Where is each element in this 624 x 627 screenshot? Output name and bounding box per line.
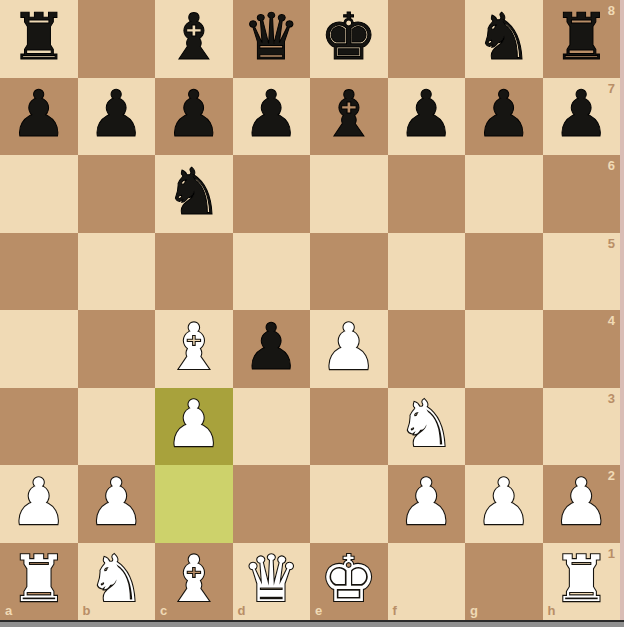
square-c7[interactable]: ♟	[155, 78, 233, 156]
square-a5[interactable]	[0, 233, 78, 311]
square-h1[interactable]: 1h♜	[543, 543, 621, 621]
square-e3[interactable]	[310, 388, 388, 466]
window-edge-bottom	[0, 620, 624, 627]
piece-white-queen[interactable]: ♛	[243, 547, 300, 611]
square-g3[interactable]	[465, 388, 543, 466]
window-edge-right	[620, 0, 624, 620]
piece-white-pawn[interactable]: ♟	[553, 470, 610, 534]
square-f8[interactable]	[388, 0, 466, 78]
coord-file-g: g	[470, 604, 478, 617]
square-b2[interactable]: ♟	[78, 465, 156, 543]
square-b5[interactable]	[78, 233, 156, 311]
square-e4[interactable]: ♟	[310, 310, 388, 388]
square-f5[interactable]	[388, 233, 466, 311]
square-f4[interactable]	[388, 310, 466, 388]
piece-black-pawn[interactable]: ♟	[243, 82, 300, 146]
square-d4[interactable]: ♟	[233, 310, 311, 388]
square-c3[interactable]: ♟	[155, 388, 233, 466]
square-h3[interactable]: 3	[543, 388, 621, 466]
square-b1[interactable]: b♞	[78, 543, 156, 621]
square-h4[interactable]: 4	[543, 310, 621, 388]
square-c6[interactable]: ♞	[155, 155, 233, 233]
square-a8[interactable]: ♜	[0, 0, 78, 78]
piece-white-pawn[interactable]: ♟	[398, 470, 455, 534]
piece-black-bishop[interactable]: ♝	[320, 82, 377, 146]
square-h7[interactable]: 7♟	[543, 78, 621, 156]
piece-white-pawn[interactable]: ♟	[165, 392, 222, 456]
square-a4[interactable]	[0, 310, 78, 388]
piece-black-pawn[interactable]: ♟	[475, 82, 532, 146]
square-g6[interactable]	[465, 155, 543, 233]
square-d2[interactable]	[233, 465, 311, 543]
piece-black-knight[interactable]: ♞	[475, 5, 532, 69]
square-a3[interactable]	[0, 388, 78, 466]
square-b8[interactable]	[78, 0, 156, 78]
square-g7[interactable]: ♟	[465, 78, 543, 156]
square-e6[interactable]	[310, 155, 388, 233]
square-f7[interactable]: ♟	[388, 78, 466, 156]
piece-black-bishop[interactable]: ♝	[165, 5, 222, 69]
square-c1[interactable]: c♝	[155, 543, 233, 621]
square-f3[interactable]: ♞	[388, 388, 466, 466]
chess-app-window: ♜♝♛♚♞8♜♟♟♟♟♝♟♟7♟♞65♝♟♟4♟♞3♟♟♟♟2♟a♜b♞c♝d♛…	[0, 0, 624, 627]
square-a1[interactable]: a♜	[0, 543, 78, 621]
square-g2[interactable]: ♟	[465, 465, 543, 543]
square-b4[interactable]	[78, 310, 156, 388]
coord-file-f: f	[393, 604, 397, 617]
coord-rank-3: 3	[608, 392, 615, 405]
coord-rank-5: 5	[608, 237, 615, 250]
piece-white-pawn[interactable]: ♟	[475, 470, 532, 534]
square-h2[interactable]: 2♟	[543, 465, 621, 543]
square-d6[interactable]	[233, 155, 311, 233]
square-h6[interactable]: 6	[543, 155, 621, 233]
square-g5[interactable]	[465, 233, 543, 311]
piece-white-knight[interactable]: ♞	[88, 547, 145, 611]
piece-white-bishop[interactable]: ♝	[165, 547, 222, 611]
piece-black-pawn[interactable]: ♟	[243, 315, 300, 379]
coord-rank-4: 4	[608, 314, 615, 327]
piece-black-rook[interactable]: ♜	[553, 5, 610, 69]
piece-white-rook[interactable]: ♜	[10, 547, 67, 611]
square-a2[interactable]: ♟	[0, 465, 78, 543]
square-c8[interactable]: ♝	[155, 0, 233, 78]
piece-white-king[interactable]: ♚	[320, 547, 377, 611]
square-f6[interactable]	[388, 155, 466, 233]
piece-black-knight[interactable]: ♞	[165, 160, 222, 224]
square-d8[interactable]: ♛	[233, 0, 311, 78]
square-e7[interactable]: ♝	[310, 78, 388, 156]
piece-white-bishop[interactable]: ♝	[165, 315, 222, 379]
chess-board[interactable]: ♜♝♛♚♞8♜♟♟♟♟♝♟♟7♟♞65♝♟♟4♟♞3♟♟♟♟2♟a♜b♞c♝d♛…	[0, 0, 620, 620]
square-c4[interactable]: ♝	[155, 310, 233, 388]
piece-white-knight[interactable]: ♞	[398, 392, 455, 456]
square-g4[interactable]	[465, 310, 543, 388]
square-d1[interactable]: d♛	[233, 543, 311, 621]
square-b6[interactable]	[78, 155, 156, 233]
piece-black-pawn[interactable]: ♟	[398, 82, 455, 146]
square-d3[interactable]	[233, 388, 311, 466]
square-b7[interactable]: ♟	[78, 78, 156, 156]
piece-black-king[interactable]: ♚	[320, 5, 377, 69]
piece-black-pawn[interactable]: ♟	[10, 82, 67, 146]
square-a7[interactable]: ♟	[0, 78, 78, 156]
square-h8[interactable]: 8♜	[543, 0, 621, 78]
piece-white-pawn[interactable]: ♟	[88, 470, 145, 534]
square-d7[interactable]: ♟	[233, 78, 311, 156]
square-h5[interactable]: 5	[543, 233, 621, 311]
piece-white-pawn[interactable]: ♟	[10, 470, 67, 534]
piece-white-pawn[interactable]: ♟	[320, 315, 377, 379]
square-g8[interactable]: ♞	[465, 0, 543, 78]
square-a6[interactable]	[0, 155, 78, 233]
piece-black-pawn[interactable]: ♟	[553, 82, 610, 146]
square-d5[interactable]	[233, 233, 311, 311]
square-e8[interactable]: ♚	[310, 0, 388, 78]
square-f2[interactable]: ♟	[388, 465, 466, 543]
square-f1[interactable]: f	[388, 543, 466, 621]
piece-black-queen[interactable]: ♛	[243, 5, 300, 69]
square-c5[interactable]	[155, 233, 233, 311]
square-e1[interactable]: e♚	[310, 543, 388, 621]
piece-black-pawn[interactable]: ♟	[88, 82, 145, 146]
square-g1[interactable]: g	[465, 543, 543, 621]
piece-black-rook[interactable]: ♜	[10, 5, 67, 69]
coord-rank-6: 6	[608, 159, 615, 172]
square-e2[interactable]	[310, 465, 388, 543]
piece-white-rook[interactable]: ♜	[553, 547, 610, 611]
square-b3[interactable]	[78, 388, 156, 466]
square-c2[interactable]	[155, 465, 233, 543]
piece-black-pawn[interactable]: ♟	[165, 82, 222, 146]
square-e5[interactable]	[310, 233, 388, 311]
